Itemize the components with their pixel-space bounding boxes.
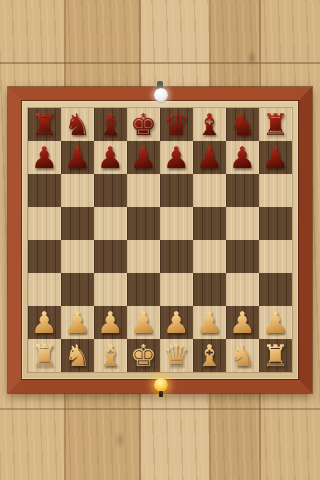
chess-board: ♜♞♝♚♛♝♞♜♟♟♟♟♟♟♟♟♟♟♟♟♟♟♟♟♜♞♝♚♛♝♞♜	[8, 87, 312, 393]
top-turn-indicator-light	[154, 88, 168, 102]
bottom-turn-indicator-light	[154, 378, 168, 392]
bottom-pin-stem	[159, 391, 163, 397]
board-frame	[8, 87, 312, 393]
